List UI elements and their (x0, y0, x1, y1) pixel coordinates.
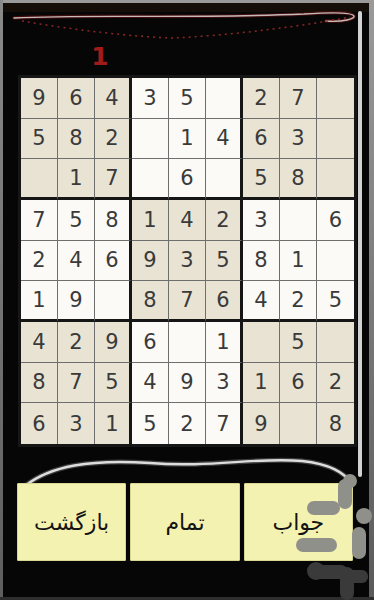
sudoku-cell[interactable]: 4 (206, 119, 243, 160)
sudoku-cell[interactable]: 1 (280, 241, 317, 282)
done-button[interactable]: تمام (130, 483, 239, 561)
sudoku-cell[interactable] (132, 119, 169, 160)
sudoku-cell[interactable]: 5 (58, 200, 95, 241)
sudoku-cell[interactable]: 6 (280, 363, 317, 404)
sudoku-cell[interactable]: 2 (243, 78, 280, 119)
frame-left-edge (0, 0, 3, 600)
sudoku-cell[interactable]: 9 (243, 403, 280, 444)
app-screen: 1 96435275821463176587581423624693581198… (0, 0, 374, 600)
sudoku-cell[interactable]: 4 (243, 281, 280, 322)
sudoku-cell[interactable]: 4 (95, 78, 132, 119)
sudoku-cell[interactable]: 9 (95, 322, 132, 363)
sudoku-cell[interactable]: 6 (21, 403, 58, 444)
sudoku-cell[interactable]: 3 (280, 119, 317, 160)
sudoku-cell[interactable]: 8 (21, 363, 58, 404)
sudoku-cell[interactable] (317, 78, 354, 119)
sudoku-cell[interactable]: 2 (317, 363, 354, 404)
sudoku-cell[interactable] (280, 403, 317, 444)
sudoku-cell[interactable]: 7 (21, 200, 58, 241)
sudoku-cell[interactable] (280, 200, 317, 241)
sudoku-cell[interactable]: 5 (21, 119, 58, 160)
sudoku-cell[interactable]: 8 (317, 403, 354, 444)
sudoku-cell[interactable]: 5 (95, 363, 132, 404)
sudoku-cell[interactable]: 1 (95, 403, 132, 444)
sudoku-cell[interactable] (132, 159, 169, 200)
sudoku-cell[interactable]: 5 (317, 281, 354, 322)
sudoku-cell[interactable]: 6 (206, 281, 243, 322)
sudoku-cell[interactable] (243, 322, 280, 363)
answer-button[interactable]: جواب (244, 483, 353, 561)
sudoku-cell[interactable]: 6 (95, 241, 132, 282)
sudoku-cell[interactable]: 5 (206, 241, 243, 282)
sudoku-cell[interactable] (317, 159, 354, 200)
sudoku-cell[interactable]: 6 (58, 78, 95, 119)
sudoku-cell[interactable]: 8 (243, 241, 280, 282)
sudoku-cell[interactable] (317, 322, 354, 363)
sudoku-cell[interactable]: 3 (243, 200, 280, 241)
sudoku-cell[interactable]: 8 (58, 119, 95, 160)
sudoku-cell[interactable]: 4 (132, 363, 169, 404)
sudoku-cell[interactable]: 1 (21, 281, 58, 322)
sudoku-cell[interactable]: 7 (169, 281, 206, 322)
sudoku-cell[interactable]: 5 (243, 159, 280, 200)
sudoku-cell[interactable]: 3 (169, 241, 206, 282)
sudoku-cell[interactable] (169, 322, 206, 363)
sudoku-cell[interactable]: 2 (280, 281, 317, 322)
sudoku-cell[interactable] (206, 78, 243, 119)
sudoku-cell[interactable]: 4 (21, 322, 58, 363)
sudoku-cell[interactable]: 2 (21, 241, 58, 282)
sudoku-cell[interactable]: 4 (169, 200, 206, 241)
sudoku-cell[interactable]: 9 (132, 241, 169, 282)
sudoku-cell[interactable] (21, 159, 58, 200)
sudoku-cell[interactable]: 8 (280, 159, 317, 200)
sudoku-cell[interactable]: 5 (169, 78, 206, 119)
sudoku-cell[interactable] (317, 241, 354, 282)
sudoku-cell[interactable]: 1 (169, 119, 206, 160)
sudoku-cell[interactable]: 9 (21, 78, 58, 119)
sudoku-cell[interactable]: 5 (280, 322, 317, 363)
sudoku-grid: 9643527582146317658758142362469358119876… (18, 75, 357, 447)
button-row: بازگشت تمام جواب (17, 483, 353, 561)
sudoku-cell[interactable]: 7 (58, 363, 95, 404)
sudoku-cell[interactable]: 2 (206, 200, 243, 241)
sudoku-cell[interactable]: 9 (58, 281, 95, 322)
frame-right-edge (369, 0, 374, 600)
sudoku-cell[interactable]: 7 (206, 403, 243, 444)
back-button[interactable]: بازگشت (17, 483, 126, 561)
sudoku-cell[interactable]: 2 (95, 119, 132, 160)
scrollbar[interactable] (358, 11, 362, 477)
sudoku-cell[interactable]: 7 (280, 78, 317, 119)
sudoku-cell[interactable]: 3 (206, 363, 243, 404)
sudoku-cell[interactable]: 2 (58, 322, 95, 363)
sudoku-cell[interactable] (317, 119, 354, 160)
sudoku-cell[interactable]: 5 (132, 403, 169, 444)
sudoku-cell[interactable]: 1 (206, 322, 243, 363)
sudoku-cell[interactable]: 1 (132, 200, 169, 241)
puzzle-number: 1 (88, 42, 112, 72)
sudoku-cell[interactable]: 3 (132, 78, 169, 119)
title-bar (3, 3, 369, 12)
sudoku-cell[interactable]: 2 (169, 403, 206, 444)
sudoku-cell[interactable]: 1 (243, 363, 280, 404)
sudoku-cell[interactable]: 3 (58, 403, 95, 444)
sudoku-cell[interactable]: 8 (95, 200, 132, 241)
sudoku-cell[interactable]: 6 (169, 159, 206, 200)
sudoku-cell[interactable]: 6 (317, 200, 354, 241)
sudoku-cell[interactable]: 1 (58, 159, 95, 200)
sudoku-cell[interactable]: 8 (132, 281, 169, 322)
sudoku-cell[interactable]: 6 (243, 119, 280, 160)
sudoku-cell[interactable]: 6 (132, 322, 169, 363)
sudoku-cell[interactable] (206, 159, 243, 200)
sudoku-cell[interactable]: 9 (169, 363, 206, 404)
sudoku-cell[interactable]: 7 (95, 159, 132, 200)
sudoku-cell[interactable]: 4 (58, 241, 95, 282)
sudoku-cell[interactable] (95, 281, 132, 322)
